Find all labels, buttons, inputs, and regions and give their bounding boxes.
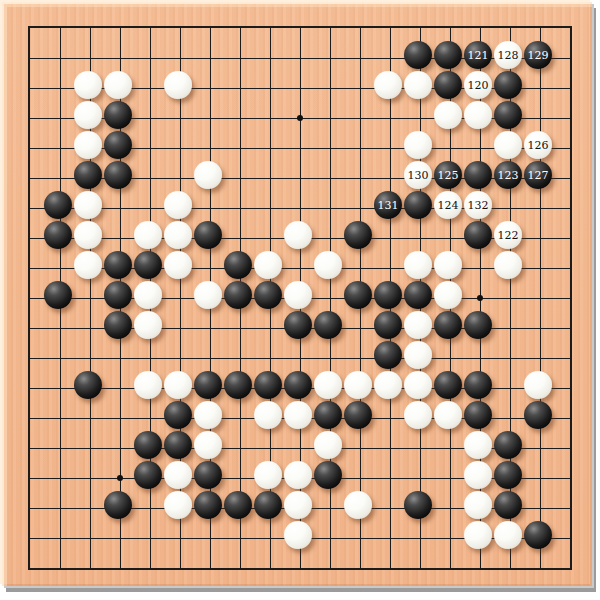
white-stone [464,521,492,549]
white-stone [254,401,282,429]
black-stone [494,461,522,489]
white-stone [404,311,432,339]
white-stone [74,101,102,129]
white-stone [164,71,192,99]
black-stone [494,71,522,99]
white-stone: 120 [464,71,492,99]
white-stone: 128 [494,41,522,69]
white-stone [314,251,342,279]
star-point [117,475,123,481]
black-stone [44,221,72,249]
black-stone [224,491,252,519]
black-stone [134,431,162,459]
black-stone: 121 [464,41,492,69]
white-stone: 124 [434,191,462,219]
black-stone [404,41,432,69]
black-stone [224,371,252,399]
black-stone [194,491,222,519]
white-stone [164,221,192,249]
black-stone [344,221,372,249]
white-stone [74,191,102,219]
black-stone [254,371,282,399]
star-point [297,115,303,121]
black-stone [374,281,402,309]
black-stone [344,281,372,309]
black-stone: 127 [524,161,552,189]
black-stone [464,221,492,249]
white-stone [284,461,312,489]
white-stone [104,71,132,99]
black-stone [494,101,522,129]
white-stone [194,401,222,429]
go-board[interactable]: 121128129120126130125123127131124132122 [2,2,592,586]
white-stone [194,281,222,309]
white-stone: 126 [524,131,552,159]
white-stone [284,401,312,429]
black-stone [464,371,492,399]
white-stone [464,461,492,489]
black-stone [404,191,432,219]
star-point [477,295,483,301]
white-stone [404,341,432,369]
move-number-label: 123 [498,170,519,181]
black-stone [74,161,102,189]
move-number-label: 130 [408,170,429,181]
white-stone [494,521,522,549]
move-number-label: 126 [528,140,549,151]
black-stone [104,281,132,309]
black-stone [164,401,192,429]
black-stone [284,311,312,339]
black-stone [224,281,252,309]
black-stone [404,491,432,519]
white-stone [284,281,312,309]
white-stone [404,131,432,159]
move-number-label: 129 [528,50,549,61]
black-stone [404,281,432,309]
move-number-label: 120 [468,80,489,91]
black-stone [254,491,282,519]
white-stone [434,251,462,279]
black-stone [314,461,342,489]
move-number-label: 128 [498,50,519,61]
white-stone [434,281,462,309]
black-stone [104,101,132,129]
white-stone [344,491,372,519]
black-stone [104,131,132,159]
black-stone [494,431,522,459]
white-stone [164,461,192,489]
white-stone [284,521,312,549]
black-stone [104,251,132,279]
white-stone [134,371,162,399]
black-stone [74,371,102,399]
move-number-label: 131 [378,200,399,211]
white-stone [164,371,192,399]
black-stone [494,491,522,519]
black-stone [434,41,462,69]
black-stone: 123 [494,161,522,189]
white-stone [314,371,342,399]
black-stone [344,401,372,429]
white-stone [164,491,192,519]
white-stone [404,71,432,99]
white-stone [254,461,282,489]
white-stone [464,431,492,459]
black-stone: 125 [434,161,462,189]
go-diagram: 121128129120126130125123127131124132122 [0,0,600,600]
black-stone [464,311,492,339]
white-stone [284,491,312,519]
white-stone [74,251,102,279]
black-stone [314,401,342,429]
black-stone [104,311,132,339]
white-stone [404,371,432,399]
white-stone [194,431,222,459]
black-stone [164,431,192,459]
white-stone: 130 [404,161,432,189]
white-stone [74,221,102,249]
black-stone [434,311,462,339]
grid-line-vertical [540,28,541,568]
white-stone [74,131,102,159]
black-stone [104,161,132,189]
move-number-label: 121 [468,50,489,61]
black-stone [194,371,222,399]
move-number-label: 124 [438,200,459,211]
move-number-label: 122 [498,230,519,241]
black-stone [134,461,162,489]
black-stone: 131 [374,191,402,219]
white-stone [434,401,462,429]
white-stone [134,281,162,309]
white-stone [314,431,342,459]
white-stone: 122 [494,221,522,249]
white-stone: 132 [464,191,492,219]
white-stone [494,251,522,279]
black-stone [524,521,552,549]
white-stone [194,161,222,189]
white-stone [164,191,192,219]
white-stone [74,71,102,99]
black-stone [434,71,462,99]
black-stone [434,371,462,399]
black-stone [284,371,312,399]
grid-line-horizontal [30,358,570,359]
black-stone [194,461,222,489]
black-stone [44,281,72,309]
black-stone [524,401,552,429]
white-stone [164,251,192,279]
black-stone [104,491,132,519]
white-stone [284,221,312,249]
black-stone [314,311,342,339]
white-stone [134,311,162,339]
black-stone [254,281,282,309]
white-stone [524,371,552,399]
white-stone [134,221,162,249]
black-stone [44,191,72,219]
white-stone [344,371,372,399]
move-number-label: 127 [528,170,549,181]
white-stone [374,71,402,99]
black-stone [464,401,492,429]
black-stone [134,251,162,279]
white-stone [494,131,522,159]
white-stone [404,251,432,279]
move-number-label: 125 [438,170,459,181]
black-stone [374,341,402,369]
black-stone [194,221,222,249]
white-stone [434,101,462,129]
black-stone [374,311,402,339]
white-stone [374,371,402,399]
white-stone [464,491,492,519]
move-number-label: 132 [468,200,489,211]
white-stone [254,251,282,279]
black-stone [224,251,252,279]
white-stone [404,401,432,429]
white-stone [464,101,492,129]
black-stone: 129 [524,41,552,69]
black-stone [464,161,492,189]
